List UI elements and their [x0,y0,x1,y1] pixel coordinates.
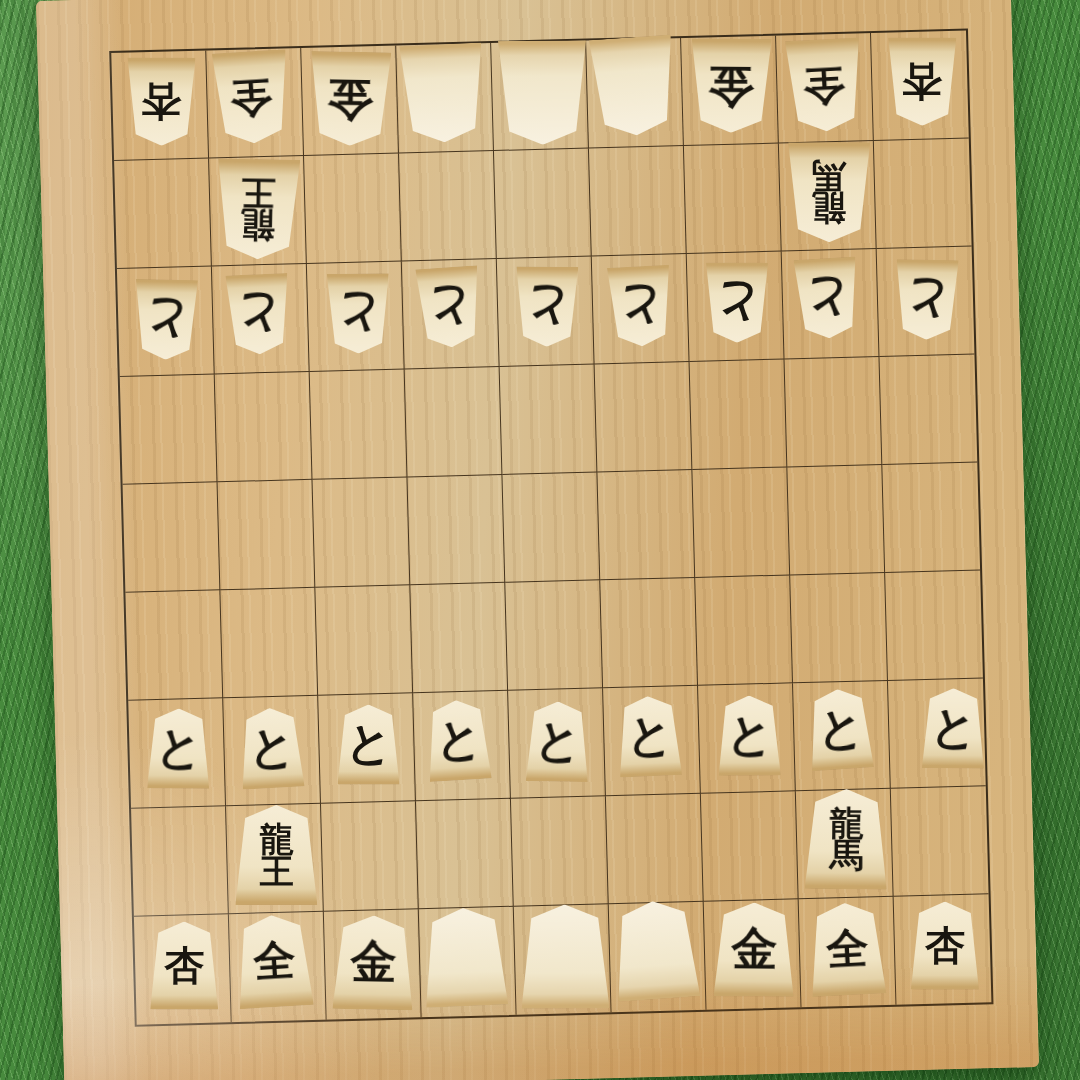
piece-glyph: と [726,713,772,757]
square-3-1[interactable]: 金 [681,36,779,146]
piece-glyph: と [625,713,673,759]
piece-gote-ps[interactable]: 金 [691,38,772,133]
square-8-8[interactable]: 龍王 [226,804,324,914]
square-3-3[interactable]: と [687,252,785,362]
square-4-1[interactable] [586,38,684,148]
square-1-7[interactable]: と [888,678,986,788]
piece-glyph: と [524,284,570,328]
piece-gote-pp[interactable]: と [895,259,958,340]
piece-gote-pp[interactable]: と [135,279,198,360]
square-2-2[interactable]: 龍馬 [779,141,877,251]
piece-gote-pb[interactable]: 龍馬 [788,142,870,242]
piece-glyph: と [143,297,190,341]
piece-glyph: と [903,277,950,321]
square-3-9[interactable]: 金 [704,899,802,1009]
square-5-2[interactable] [494,149,592,259]
square-6-1[interactable] [396,43,494,153]
square-9-1[interactable]: 杏 [111,51,209,161]
square-4-7[interactable]: と [603,686,701,796]
piece-sente-pp[interactable]: と [337,704,399,784]
square-7-1[interactable]: 金 [301,46,399,156]
piece-glyph: 杏 [165,946,204,984]
square-8-3[interactable]: と [212,264,310,374]
piece-glyph: と [616,283,664,329]
square-4-3[interactable]: と [592,254,690,364]
square-4-4[interactable] [595,362,693,472]
piece-gote-pp[interactable]: と [327,273,390,354]
square-7-2[interactable] [304,153,402,263]
square-2-7[interactable]: と [793,681,891,791]
piece-glyph: 金 [328,76,374,120]
piece-glyph: と [247,725,295,771]
piece-gote-pl[interactable]: 杏 [128,57,196,145]
square-1-5[interactable] [882,462,980,572]
square-5-7[interactable]: と [508,688,606,798]
square-4-9[interactable] [609,902,707,1012]
square-5-8[interactable] [511,796,609,906]
square-8-9[interactable]: 全 [229,912,327,1022]
piece-glyph: 杏 [142,82,181,120]
square-3-6[interactable] [695,575,793,685]
piece-sente-pb[interactable]: 龍馬 [805,788,888,889]
board-grid: 杏全金金全杏龍王龍馬とととととととととととととととととと龍王龍馬杏全金金全杏 [109,29,993,1027]
square-4-5[interactable] [597,470,695,580]
piece-glyph: と [714,280,760,324]
piece-sente-k0[interactable] [521,904,610,1009]
square-9-3[interactable]: と [117,266,215,376]
piece-gote-ps[interactable]: 金 [310,51,392,146]
square-3-4[interactable] [690,359,788,469]
piece-sente-pp[interactable]: と [806,687,873,771]
piece-glyph: 全 [230,76,273,118]
piece-sente-g0[interactable] [612,898,701,1001]
square-6-4[interactable] [405,367,503,477]
square-3-7[interactable]: と [698,683,796,793]
square-8-5[interactable] [218,480,316,590]
square-9-2[interactable] [114,158,212,268]
square-6-5[interactable] [407,475,505,585]
square-7-5[interactable] [313,477,411,587]
piece-glyph: と [155,726,201,770]
piece-glyph: 全 [803,64,846,106]
piece-gote-pl[interactable]: 杏 [888,37,956,125]
piece-sente-pp[interactable]: と [617,694,682,777]
square-3-5[interactable] [692,467,790,577]
square-9-8[interactable] [131,806,229,916]
piece-glyph: 龍 [260,822,293,854]
piece-glyph: 杏 [902,62,941,100]
piece-glyph: 全 [825,928,868,970]
square-1-4[interactable] [879,355,977,465]
piece-sente-pp[interactable]: と [147,708,210,789]
square-6-8[interactable] [416,799,514,909]
piece-gote-pp[interactable]: と [607,264,673,347]
square-2-5[interactable] [787,465,885,575]
square-8-7[interactable]: と [223,696,321,806]
piece-glyph: 金 [731,927,776,971]
square-5-9[interactable] [514,904,612,1014]
piece-glyph: 金 [709,63,754,107]
square-5-1[interactable] [491,41,589,151]
piece-gote-pp[interactable]: と [415,265,482,349]
piece-sente-g0[interactable] [422,906,508,1007]
piece-gote-pp[interactable]: と [225,272,290,355]
square-6-6[interactable] [410,583,508,693]
piece-sente-pn[interactable]: 全 [808,901,887,997]
square-1-6[interactable] [885,570,983,680]
square-8-4[interactable] [215,372,313,482]
square-8-1[interactable]: 全 [206,48,304,158]
square-5-5[interactable] [502,472,600,582]
piece-glyph: 龍 [813,192,846,224]
piece-glyph: と [425,283,474,330]
square-1-8[interactable] [891,786,989,896]
square-8-2[interactable]: 龍王 [209,156,307,266]
square-2-3[interactable]: と [782,249,880,359]
piece-glyph: 王 [242,176,276,209]
piece-glyph: 全 [252,940,295,982]
square-1-9[interactable]: 杏 [894,894,992,1004]
piece-glyph: と [234,291,282,337]
piece-glyph: と [929,706,975,750]
piece-gote-k0[interactable] [498,40,587,145]
square-6-3[interactable]: と [402,259,500,369]
square-3-8[interactable] [701,791,799,901]
square-7-3[interactable]: と [307,261,405,371]
square-2-9[interactable]: 全 [799,897,897,1007]
square-2-6[interactable] [790,573,888,683]
square-2-1[interactable]: 全 [776,33,874,143]
square-7-9[interactable]: 金 [324,909,422,1019]
piece-glyph: 王 [260,854,293,886]
square-7-7[interactable]: と [318,693,416,803]
square-9-6[interactable] [125,590,223,700]
square-4-2[interactable] [589,146,687,256]
square-5-3[interactable]: と [497,256,595,366]
piece-glyph: と [345,722,391,766]
piece-glyph: と [816,705,865,752]
piece-glyph: 金 [350,940,396,984]
piece-glyph: と [803,275,852,321]
piece-sente-pp[interactable]: と [238,706,304,789]
piece-sente-pp[interactable]: と [425,698,492,782]
square-7-8[interactable] [321,801,419,911]
piece-gote-pp[interactable]: と [516,266,579,347]
piece-sente-ps[interactable]: 金 [714,902,795,997]
piece-sente-ps[interactable]: 金 [332,915,414,1010]
piece-sente-pp[interactable]: と [718,695,781,776]
square-9-7[interactable]: と [128,698,226,808]
shogi-board: 杏全金金全杏龍王龍馬とととととととととととととととととと龍王龍馬杏全金金全杏 [36,0,1039,1080]
piece-glyph: 杏 [925,926,964,964]
square-3-2[interactable] [684,144,782,254]
piece-glyph: と [534,719,581,763]
piece-gote-pp[interactable]: と [706,262,768,342]
piece-gote-pn[interactable]: 全 [212,49,291,145]
piece-sente-pp[interactable]: と [921,687,984,768]
square-5-6[interactable] [505,580,603,690]
piece-glyph: と [434,716,483,762]
piece-sente-pp[interactable]: と [526,701,589,782]
square-7-4[interactable] [310,369,408,479]
square-9-9[interactable]: 杏 [134,914,232,1024]
square-1-2[interactable] [874,139,972,249]
piece-glyph: 馬 [813,159,846,191]
square-2-8[interactable]: 龍馬 [796,789,894,899]
piece-glyph: 馬 [829,838,862,871]
square-9-5[interactable] [123,482,221,592]
square-6-7[interactable]: と [413,691,511,801]
piece-sente-pr[interactable]: 龍王 [235,804,317,904]
square-9-4[interactable] [120,374,218,484]
piece-gote-pp[interactable]: と [794,256,861,340]
piece-gote-g0[interactable] [399,42,485,143]
piece-gote-pn[interactable]: 全 [785,37,864,133]
piece-glyph: と [335,291,381,335]
square-1-1[interactable]: 杏 [871,31,969,141]
square-2-4[interactable] [785,357,883,467]
square-6-2[interactable] [399,151,497,261]
piece-sente-pn[interactable]: 全 [234,913,313,1009]
square-4-6[interactable] [600,578,698,688]
piece-sente-pl[interactable]: 杏 [150,921,218,1009]
piece-gote-g0[interactable] [589,34,678,137]
piece-gote-pr[interactable]: 龍王 [217,158,301,259]
square-1-3[interactable]: と [877,247,975,357]
piece-sente-pl[interactable]: 杏 [910,901,978,989]
square-7-6[interactable] [315,585,413,695]
piece-glyph: 龍 [830,806,863,839]
square-6-9[interactable] [419,907,517,1017]
square-4-8[interactable] [606,794,704,904]
square-8-6[interactable] [220,588,318,698]
square-5-4[interactable] [500,364,598,474]
